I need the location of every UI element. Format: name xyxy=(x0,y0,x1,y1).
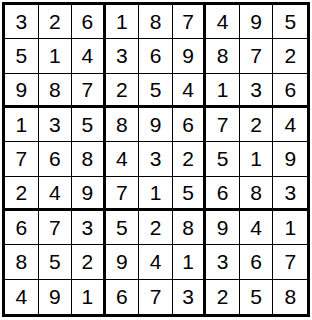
cell-r6c6[interactable]: 5 xyxy=(173,177,207,211)
cell-r3c5[interactable]: 5 xyxy=(139,74,173,108)
page: 3261874955143698729872541361358967247684… xyxy=(0,0,312,320)
cell-r9c7[interactable]: 2 xyxy=(206,280,240,314)
cell-r2c5[interactable]: 6 xyxy=(139,39,173,73)
cell-r3c3[interactable]: 7 xyxy=(72,74,106,108)
cell-r3c9[interactable]: 6 xyxy=(273,74,307,108)
cell-r8c5[interactable]: 4 xyxy=(139,245,173,279)
cell-r6c9[interactable]: 3 xyxy=(273,177,307,211)
cell-r8c9[interactable]: 7 xyxy=(273,245,307,279)
cell-r4c4[interactable]: 8 xyxy=(106,108,140,142)
cell-r8c7[interactable]: 3 xyxy=(206,245,240,279)
cell-r4c9[interactable]: 4 xyxy=(273,108,307,142)
cell-r7c5[interactable]: 2 xyxy=(139,211,173,245)
cell-r4c7[interactable]: 7 xyxy=(206,108,240,142)
cell-r9c8[interactable]: 5 xyxy=(240,280,274,314)
cell-r9c5[interactable]: 7 xyxy=(139,280,173,314)
cell-r5c6[interactable]: 2 xyxy=(173,142,207,176)
cell-r2c8[interactable]: 7 xyxy=(240,39,274,73)
cell-r3c2[interactable]: 8 xyxy=(39,74,73,108)
cell-r3c6[interactable]: 4 xyxy=(173,74,207,108)
cell-r4c6[interactable]: 6 xyxy=(173,108,207,142)
cell-r2c2[interactable]: 1 xyxy=(39,39,73,73)
cell-r8c1[interactable]: 8 xyxy=(5,245,39,279)
cell-r9c1[interactable]: 4 xyxy=(5,280,39,314)
cell-r6c5[interactable]: 1 xyxy=(139,177,173,211)
cell-r5c4[interactable]: 4 xyxy=(106,142,140,176)
cell-r7c4[interactable]: 5 xyxy=(106,211,140,245)
cell-r9c9[interactable]: 8 xyxy=(273,280,307,314)
cell-r5c9[interactable]: 9 xyxy=(273,142,307,176)
cell-r4c1[interactable]: 1 xyxy=(5,108,39,142)
cell-r2c6[interactable]: 9 xyxy=(173,39,207,73)
cell-r9c4[interactable]: 6 xyxy=(106,280,140,314)
cell-r8c4[interactable]: 9 xyxy=(106,245,140,279)
cell-r9c6[interactable]: 3 xyxy=(173,280,207,314)
cell-r4c5[interactable]: 9 xyxy=(139,108,173,142)
cell-r7c3[interactable]: 3 xyxy=(72,211,106,245)
cell-r8c6[interactable]: 1 xyxy=(173,245,207,279)
cell-r6c2[interactable]: 4 xyxy=(39,177,73,211)
cell-r7c2[interactable]: 7 xyxy=(39,211,73,245)
cell-r3c1[interactable]: 9 xyxy=(5,74,39,108)
cell-r1c9[interactable]: 5 xyxy=(273,5,307,39)
cell-r8c8[interactable]: 6 xyxy=(240,245,274,279)
sudoku-board: 3261874955143698729872541361358967247684… xyxy=(2,2,310,317)
cell-r6c1[interactable]: 2 xyxy=(5,177,39,211)
cell-r9c3[interactable]: 1 xyxy=(72,280,106,314)
cell-r1c3[interactable]: 6 xyxy=(72,5,106,39)
cell-r5c1[interactable]: 7 xyxy=(5,142,39,176)
cell-r1c5[interactable]: 8 xyxy=(139,5,173,39)
cell-r6c3[interactable]: 9 xyxy=(72,177,106,211)
cell-r5c3[interactable]: 8 xyxy=(72,142,106,176)
cell-r6c8[interactable]: 8 xyxy=(240,177,274,211)
cell-r5c8[interactable]: 1 xyxy=(240,142,274,176)
cell-r9c2[interactable]: 9 xyxy=(39,280,73,314)
cell-r2c7[interactable]: 8 xyxy=(206,39,240,73)
cell-r3c7[interactable]: 1 xyxy=(206,74,240,108)
cell-r5c7[interactable]: 5 xyxy=(206,142,240,176)
cell-r4c8[interactable]: 2 xyxy=(240,108,274,142)
cell-r4c3[interactable]: 5 xyxy=(72,108,106,142)
cell-r7c9[interactable]: 1 xyxy=(273,211,307,245)
cell-r7c6[interactable]: 8 xyxy=(173,211,207,245)
cell-r1c7[interactable]: 4 xyxy=(206,5,240,39)
cell-r1c4[interactable]: 1 xyxy=(106,5,140,39)
cell-r2c9[interactable]: 2 xyxy=(273,39,307,73)
cell-r2c3[interactable]: 4 xyxy=(72,39,106,73)
cell-r1c8[interactable]: 9 xyxy=(240,5,274,39)
cell-r1c2[interactable]: 2 xyxy=(39,5,73,39)
cell-r1c6[interactable]: 7 xyxy=(173,5,207,39)
cell-r1c1[interactable]: 3 xyxy=(5,5,39,39)
cell-r2c1[interactable]: 5 xyxy=(5,39,39,73)
cell-r6c4[interactable]: 7 xyxy=(106,177,140,211)
cell-r5c5[interactable]: 3 xyxy=(139,142,173,176)
cell-r6c7[interactable]: 6 xyxy=(206,177,240,211)
cell-r2c4[interactable]: 3 xyxy=(106,39,140,73)
cell-r8c3[interactable]: 2 xyxy=(72,245,106,279)
cell-r3c4[interactable]: 2 xyxy=(106,74,140,108)
cell-r7c7[interactable]: 9 xyxy=(206,211,240,245)
cell-r3c8[interactable]: 3 xyxy=(240,74,274,108)
cell-r8c2[interactable]: 5 xyxy=(39,245,73,279)
cell-r7c1[interactable]: 6 xyxy=(5,211,39,245)
cell-r4c2[interactable]: 3 xyxy=(39,108,73,142)
cell-r7c8[interactable]: 4 xyxy=(240,211,274,245)
cell-r5c2[interactable]: 6 xyxy=(39,142,73,176)
